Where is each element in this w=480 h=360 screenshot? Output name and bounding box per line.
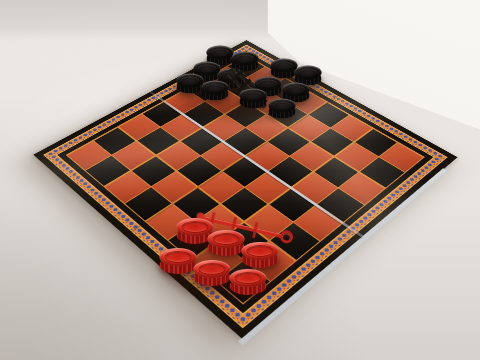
board-playing-field xyxy=(66,55,425,304)
photo-backdrop xyxy=(0,0,480,360)
